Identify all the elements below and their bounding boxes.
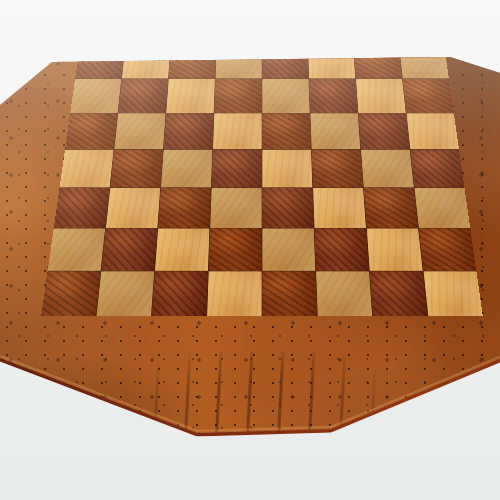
- board-square-f1[interactable]: [316, 271, 372, 316]
- board-square-g6[interactable]: [356, 79, 406, 113]
- board-square-b5[interactable]: [114, 113, 165, 149]
- chess-board: [0, 0, 500, 500]
- board-square-d1[interactable]: [207, 271, 261, 316]
- board-square-b7[interactable]: [122, 46, 170, 78]
- board-square-h1[interactable]: [424, 271, 483, 316]
- board-square-f8[interactable]: [307, 15, 353, 46]
- board-square-g8[interactable]: [351, 15, 398, 46]
- board-square-g1[interactable]: [370, 271, 428, 316]
- board-square-f5[interactable]: [310, 113, 360, 149]
- board-square-e1[interactable]: [262, 271, 316, 316]
- board-square-e8[interactable]: [262, 15, 307, 46]
- board-square-b2[interactable]: [101, 229, 157, 271]
- board-square-f2[interactable]: [315, 229, 369, 271]
- board-square-f7[interactable]: [308, 46, 355, 78]
- board-square-a7[interactable]: [75, 46, 125, 78]
- board-square-g5[interactable]: [358, 113, 409, 149]
- board-square-g2[interactable]: [367, 229, 423, 271]
- board-square-h2[interactable]: [419, 229, 476, 271]
- board-square-c4[interactable]: [161, 150, 212, 188]
- photo-background: [0, 0, 500, 500]
- board-square-a4[interactable]: [60, 150, 114, 188]
- board-square-h3[interactable]: [415, 188, 471, 228]
- board-square-c7[interactable]: [169, 46, 216, 78]
- board-square-b4[interactable]: [110, 150, 163, 188]
- board-square-h8[interactable]: [396, 15, 444, 46]
- board-square-e7[interactable]: [262, 46, 308, 78]
- board-square-b6[interactable]: [118, 79, 168, 113]
- board-square-f4[interactable]: [312, 150, 363, 188]
- board-square-c6[interactable]: [166, 79, 215, 113]
- board-square-d3[interactable]: [210, 188, 261, 228]
- board-square-e3[interactable]: [262, 188, 313, 228]
- board-square-e6[interactable]: [262, 79, 309, 113]
- board-square-a2[interactable]: [48, 229, 105, 271]
- board-square-c8[interactable]: [171, 15, 217, 46]
- board-square-f3[interactable]: [313, 188, 366, 228]
- board-square-a3[interactable]: [54, 188, 110, 228]
- board-square-a8[interactable]: [80, 15, 128, 46]
- board-square-c5[interactable]: [164, 113, 214, 149]
- board-square-b3[interactable]: [106, 188, 160, 228]
- board-square-b8[interactable]: [125, 15, 172, 46]
- board-square-b1[interactable]: [96, 271, 154, 316]
- board-square-h4[interactable]: [410, 150, 464, 188]
- board-square-f6[interactable]: [309, 79, 358, 113]
- board-square-e5[interactable]: [262, 113, 311, 149]
- board-square-d6[interactable]: [214, 79, 261, 113]
- board-square-c3[interactable]: [158, 188, 211, 228]
- board-square-a6[interactable]: [70, 79, 121, 113]
- board-square-e2[interactable]: [262, 229, 315, 271]
- board-square-c1[interactable]: [152, 271, 208, 316]
- board-square-d7[interactable]: [216, 46, 262, 78]
- board-square-g4[interactable]: [361, 150, 414, 188]
- board-square-g7[interactable]: [354, 46, 402, 78]
- board-grid: [41, 15, 483, 316]
- board-square-h7[interactable]: [399, 46, 449, 78]
- board-square-d4[interactable]: [212, 150, 262, 188]
- board-square-h6[interactable]: [403, 79, 454, 113]
- board-square-a5[interactable]: [65, 113, 117, 149]
- board-square-e4[interactable]: [262, 150, 312, 188]
- board-square-c2[interactable]: [155, 229, 209, 271]
- board-square-h5[interactable]: [406, 113, 458, 149]
- board-square-d5[interactable]: [213, 113, 262, 149]
- board-square-g3[interactable]: [364, 188, 418, 228]
- board-square-a1[interactable]: [41, 271, 100, 316]
- board-square-d2[interactable]: [209, 229, 262, 271]
- board-square-d8[interactable]: [217, 15, 262, 46]
